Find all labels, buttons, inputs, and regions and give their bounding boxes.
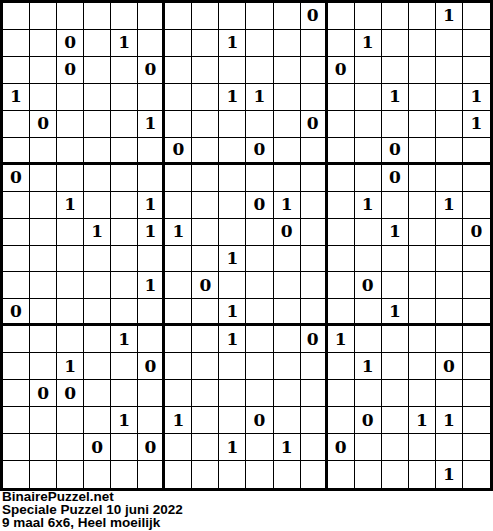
- cell-r5c3-empty[interactable]: [84, 138, 111, 165]
- cell-r2c8-empty[interactable]: [219, 57, 246, 84]
- cell-r16c1-empty[interactable]: [30, 434, 57, 461]
- cell-r9c14-empty[interactable]: [382, 246, 409, 273]
- cell-r0c13-empty[interactable]: [355, 3, 382, 30]
- cell-r0c16-given: 1: [436, 3, 463, 30]
- cell-r8c10-given: 0: [274, 219, 301, 246]
- cell-r12c17-empty[interactable]: [463, 326, 490, 353]
- cell-r6c15-empty[interactable]: [409, 165, 436, 192]
- cell-r8c15-empty[interactable]: [409, 219, 436, 246]
- cell-r7c1-empty[interactable]: [30, 192, 57, 219]
- cell-r5c13-empty[interactable]: [355, 138, 382, 165]
- cell-r15c12-empty[interactable]: [328, 407, 355, 434]
- cell-r5c9-given: 0: [246, 138, 273, 165]
- cell-r10c6-empty[interactable]: [165, 272, 192, 299]
- cell-r5c12-empty[interactable]: [328, 138, 355, 165]
- cell-r7c12-empty[interactable]: [328, 192, 355, 219]
- cell-r7c0-empty[interactable]: [3, 192, 30, 219]
- cell-r9c4-empty[interactable]: [111, 246, 138, 273]
- cell-r1c11-empty[interactable]: [301, 30, 328, 57]
- cell-r9c13-empty[interactable]: [355, 246, 382, 273]
- cell-r16c9-empty[interactable]: [246, 434, 273, 461]
- cell-r17c4-empty[interactable]: [111, 461, 138, 488]
- cell-r11c5-empty[interactable]: [138, 299, 165, 326]
- cell-r11c6-empty[interactable]: [165, 299, 192, 326]
- cell-r5c8-empty[interactable]: [219, 138, 246, 165]
- cell-r2c5-given: 0: [138, 57, 165, 84]
- cell-r4c8-empty[interactable]: [219, 111, 246, 138]
- cell-r12c7-empty[interactable]: [192, 326, 219, 353]
- cell-r2c6-empty[interactable]: [165, 57, 192, 84]
- cell-r12c14-empty[interactable]: [382, 326, 409, 353]
- cell-r3c8-given: 1: [219, 84, 246, 111]
- cell-r13c0-empty[interactable]: [3, 353, 30, 380]
- cell-r0c14-empty[interactable]: [382, 3, 409, 30]
- cell-r12c0-empty[interactable]: [3, 326, 30, 353]
- cell-r9c15-empty[interactable]: [409, 246, 436, 273]
- cell-r16c4-empty[interactable]: [111, 434, 138, 461]
- cell-r3c3-empty[interactable]: [84, 84, 111, 111]
- cell-r1c5-empty[interactable]: [138, 30, 165, 57]
- cell-r6c16-empty[interactable]: [436, 165, 463, 192]
- cell-r16c7-empty[interactable]: [192, 434, 219, 461]
- cell-r8c11-empty[interactable]: [301, 219, 328, 246]
- cell-r2c15-empty[interactable]: [409, 57, 436, 84]
- cell-r7c5-given: 1: [138, 192, 165, 219]
- cell-r0c0-empty[interactable]: [3, 3, 30, 30]
- cell-r9c7-empty[interactable]: [192, 246, 219, 273]
- cell-r17c8-empty[interactable]: [219, 461, 246, 488]
- cell-r0c1-empty[interactable]: [30, 3, 57, 30]
- cell-r7c6-empty[interactable]: [165, 192, 192, 219]
- cell-r1c6-empty[interactable]: [165, 30, 192, 57]
- binary-puzzle-board: 0101110001111101010000011011111101011000…: [0, 0, 493, 491]
- cell-r8c5-given: 1: [138, 219, 165, 246]
- cell-r13c12-empty[interactable]: [328, 353, 355, 380]
- cell-r16c0-empty[interactable]: [3, 434, 30, 461]
- cell-r1c0-empty[interactable]: [3, 30, 30, 57]
- cell-r3c13-empty[interactable]: [355, 84, 382, 111]
- cell-r8c9-empty[interactable]: [246, 219, 273, 246]
- cell-r7c3-empty[interactable]: [84, 192, 111, 219]
- cell-r6c13-empty[interactable]: [355, 165, 382, 192]
- cell-r16c10-given: 1: [274, 434, 301, 461]
- cell-r0c17-empty[interactable]: [463, 3, 490, 30]
- cell-r8c14-given: 1: [382, 219, 409, 246]
- cell-r6c11-empty[interactable]: [301, 165, 328, 192]
- cell-r8c16-empty[interactable]: [436, 219, 463, 246]
- cell-r2c17-empty[interactable]: [463, 57, 490, 84]
- cell-r5c5-empty[interactable]: [138, 138, 165, 165]
- cell-r10c2-empty[interactable]: [57, 272, 84, 299]
- cell-r11c17-empty[interactable]: [463, 299, 490, 326]
- cell-r13c8-empty[interactable]: [219, 353, 246, 380]
- cell-r14c7-empty[interactable]: [192, 380, 219, 407]
- cell-r2c10-empty[interactable]: [274, 57, 301, 84]
- cell-r6c5-empty[interactable]: [138, 165, 165, 192]
- cell-r8c13-empty[interactable]: [355, 219, 382, 246]
- cell-r15c8-empty[interactable]: [219, 407, 246, 434]
- cell-r3c16-empty[interactable]: [436, 84, 463, 111]
- cell-r15c13-given: 0: [355, 407, 382, 434]
- cell-r5c16-empty[interactable]: [436, 138, 463, 165]
- cell-r15c5-empty[interactable]: [138, 407, 165, 434]
- cell-r14c4-empty[interactable]: [111, 380, 138, 407]
- cell-r3c4-empty[interactable]: [111, 84, 138, 111]
- cell-r16c17-empty[interactable]: [463, 434, 490, 461]
- cell-r15c7-empty[interactable]: [192, 407, 219, 434]
- cell-r17c5-empty[interactable]: [138, 461, 165, 488]
- cell-r8c0-empty[interactable]: [3, 219, 30, 246]
- cell-r13c14-empty[interactable]: [382, 353, 409, 380]
- cell-r16c16-empty[interactable]: [436, 434, 463, 461]
- cell-r12c5-empty[interactable]: [138, 326, 165, 353]
- cell-r6c2-empty[interactable]: [57, 165, 84, 192]
- cell-r13c1-empty[interactable]: [30, 353, 57, 380]
- cell-r8c6-given: 1: [165, 219, 192, 246]
- cell-r8c1-empty[interactable]: [30, 219, 57, 246]
- cell-r13c15-empty[interactable]: [409, 353, 436, 380]
- cell-r1c12-empty[interactable]: [328, 30, 355, 57]
- cell-r1c16-empty[interactable]: [436, 30, 463, 57]
- cell-r9c12-empty[interactable]: [328, 246, 355, 273]
- cell-r7c4-empty[interactable]: [111, 192, 138, 219]
- cell-r13c6-empty[interactable]: [165, 353, 192, 380]
- cell-r3c6-empty[interactable]: [165, 84, 192, 111]
- cell-r3c14-given: 1: [382, 84, 409, 111]
- cell-r9c17-empty[interactable]: [463, 246, 490, 273]
- cell-r13c7-empty[interactable]: [192, 353, 219, 380]
- cell-r4c9-empty[interactable]: [246, 111, 273, 138]
- cell-r5c11-empty[interactable]: [301, 138, 328, 165]
- cell-r13c4-empty[interactable]: [111, 353, 138, 380]
- cell-r17c7-empty[interactable]: [192, 461, 219, 488]
- cell-r17c16-given: 1: [436, 461, 463, 488]
- cell-r8c7-empty[interactable]: [192, 219, 219, 246]
- cell-r11c2-empty[interactable]: [57, 299, 84, 326]
- cell-r3c5-empty[interactable]: [138, 84, 165, 111]
- cell-r2c14-empty[interactable]: [382, 57, 409, 84]
- cell-r16c11-empty[interactable]: [301, 434, 328, 461]
- cell-r12c6-empty[interactable]: [165, 326, 192, 353]
- cell-r16c6-empty[interactable]: [165, 434, 192, 461]
- cell-r6c7-empty[interactable]: [192, 165, 219, 192]
- cell-r10c10-empty[interactable]: [274, 272, 301, 299]
- cell-r7c7-empty[interactable]: [192, 192, 219, 219]
- cell-r4c2-empty[interactable]: [57, 111, 84, 138]
- cell-r5c15-empty[interactable]: [409, 138, 436, 165]
- cell-r12c2-empty[interactable]: [57, 326, 84, 353]
- cell-r10c3-empty[interactable]: [84, 272, 111, 299]
- cell-r7c8-empty[interactable]: [219, 192, 246, 219]
- cell-r4c12-empty[interactable]: [328, 111, 355, 138]
- cell-r2c7-empty[interactable]: [192, 57, 219, 84]
- cell-r10c14-empty[interactable]: [382, 272, 409, 299]
- cell-r15c3-empty[interactable]: [84, 407, 111, 434]
- cell-r12c13-empty[interactable]: [355, 326, 382, 353]
- cell-r17c3-empty[interactable]: [84, 461, 111, 488]
- cell-r2c16-empty[interactable]: [436, 57, 463, 84]
- cell-r10c0-empty[interactable]: [3, 272, 30, 299]
- cell-r15c17-empty[interactable]: [463, 407, 490, 434]
- cell-r12c3-empty[interactable]: [84, 326, 111, 353]
- cell-r11c4-empty[interactable]: [111, 299, 138, 326]
- cell-r17c2-empty[interactable]: [57, 461, 84, 488]
- cell-r2c1-empty[interactable]: [30, 57, 57, 84]
- cell-r11c8-given: 1: [219, 299, 246, 326]
- cell-r2c0-empty[interactable]: [3, 57, 30, 84]
- cell-r9c5-empty[interactable]: [138, 246, 165, 273]
- cell-r11c1-empty[interactable]: [30, 299, 57, 326]
- cell-r15c1-empty[interactable]: [30, 407, 57, 434]
- cell-r3c11-empty[interactable]: [301, 84, 328, 111]
- cell-r11c0-given: 0: [3, 299, 30, 326]
- cell-r1c1-empty[interactable]: [30, 30, 57, 57]
- cell-r0c3-empty[interactable]: [84, 3, 111, 30]
- cell-r4c15-empty[interactable]: [409, 111, 436, 138]
- cell-r14c12-empty[interactable]: [328, 380, 355, 407]
- cell-r13c10-empty[interactable]: [274, 353, 301, 380]
- cell-r16c15-empty[interactable]: [409, 434, 436, 461]
- cell-r17c11-empty[interactable]: [301, 461, 328, 488]
- cell-r0c10-empty[interactable]: [274, 3, 301, 30]
- cell-r11c16-empty[interactable]: [436, 299, 463, 326]
- cell-r17c15-empty[interactable]: [409, 461, 436, 488]
- cell-r0c8-empty[interactable]: [219, 3, 246, 30]
- cell-r3c15-empty[interactable]: [409, 84, 436, 111]
- cell-r17c1-empty[interactable]: [30, 461, 57, 488]
- cell-r10c8-empty[interactable]: [219, 272, 246, 299]
- cell-r4c10-empty[interactable]: [274, 111, 301, 138]
- cell-r9c3-empty[interactable]: [84, 246, 111, 273]
- cell-r14c14-empty[interactable]: [382, 380, 409, 407]
- cell-r13c17-empty[interactable]: [463, 353, 490, 380]
- cell-r16c14-empty[interactable]: [382, 434, 409, 461]
- cell-r10c1-empty[interactable]: [30, 272, 57, 299]
- cell-r10c12-empty[interactable]: [328, 272, 355, 299]
- cell-r9c0-empty[interactable]: [3, 246, 30, 273]
- cell-r13c16-given: 0: [436, 353, 463, 380]
- cell-r12c16-empty[interactable]: [436, 326, 463, 353]
- cell-r10c15-empty[interactable]: [409, 272, 436, 299]
- cell-r15c14-empty[interactable]: [382, 407, 409, 434]
- cell-r2c3-empty[interactable]: [84, 57, 111, 84]
- cell-r9c10-empty[interactable]: [274, 246, 301, 273]
- cell-r10c9-empty[interactable]: [246, 272, 273, 299]
- cell-r11c14-given: 1: [382, 299, 409, 326]
- cell-r13c11-empty[interactable]: [301, 353, 328, 380]
- cell-r15c4-given: 1: [111, 407, 138, 434]
- cell-r6c17-empty[interactable]: [463, 165, 490, 192]
- cell-r14c16-empty[interactable]: [436, 380, 463, 407]
- cell-r3c12-empty[interactable]: [328, 84, 355, 111]
- cell-r14c15-empty[interactable]: [409, 380, 436, 407]
- cell-r7c15-empty[interactable]: [409, 192, 436, 219]
- cell-r3c10-empty[interactable]: [274, 84, 301, 111]
- cell-r14c13-empty[interactable]: [355, 380, 382, 407]
- cell-r12c1-empty[interactable]: [30, 326, 57, 353]
- cell-r0c6-empty[interactable]: [165, 3, 192, 30]
- cell-r4c5-given: 1: [138, 111, 165, 138]
- cell-r6c12-empty[interactable]: [328, 165, 355, 192]
- cell-r14c0-empty[interactable]: [3, 380, 30, 407]
- cell-r5c4-empty[interactable]: [111, 138, 138, 165]
- cell-r9c9-empty[interactable]: [246, 246, 273, 273]
- cell-r11c7-empty[interactable]: [192, 299, 219, 326]
- cell-r16c12-given: 0: [328, 434, 355, 461]
- cell-r2c4-empty[interactable]: [111, 57, 138, 84]
- cell-r11c15-empty[interactable]: [409, 299, 436, 326]
- cell-r12c12-given: 1: [328, 326, 355, 353]
- cell-r9c16-empty[interactable]: [436, 246, 463, 273]
- cell-r1c8-given: 1: [219, 30, 246, 57]
- cell-r5c7-empty[interactable]: [192, 138, 219, 165]
- cell-r4c6-empty[interactable]: [165, 111, 192, 138]
- cell-r12c15-empty[interactable]: [409, 326, 436, 353]
- cell-r11c9-empty[interactable]: [246, 299, 273, 326]
- cell-r14c10-empty[interactable]: [274, 380, 301, 407]
- cell-r2c9-empty[interactable]: [246, 57, 273, 84]
- cell-r17c0-empty[interactable]: [3, 461, 30, 488]
- cell-r17c10-empty[interactable]: [274, 461, 301, 488]
- cell-r4c14-empty[interactable]: [382, 111, 409, 138]
- cell-r7c11-empty[interactable]: [301, 192, 328, 219]
- cell-r14c3-empty[interactable]: [84, 380, 111, 407]
- cell-r14c5-empty[interactable]: [138, 380, 165, 407]
- cell-r5c10-empty[interactable]: [274, 138, 301, 165]
- cell-r6c8-empty[interactable]: [219, 165, 246, 192]
- cell-r5c1-empty[interactable]: [30, 138, 57, 165]
- cell-r4c3-empty[interactable]: [84, 111, 111, 138]
- cell-r3c1-empty[interactable]: [30, 84, 57, 111]
- cell-r17c9-empty[interactable]: [246, 461, 273, 488]
- cell-r10c11-empty[interactable]: [301, 272, 328, 299]
- cell-r14c2-given: 0: [57, 380, 84, 407]
- cell-r8c12-empty[interactable]: [328, 219, 355, 246]
- cell-r15c10-empty[interactable]: [274, 407, 301, 434]
- cell-r8c2-empty[interactable]: [57, 219, 84, 246]
- cell-r11c13-empty[interactable]: [355, 299, 382, 326]
- cell-r15c6-given: 1: [165, 407, 192, 434]
- cell-r14c6-empty[interactable]: [165, 380, 192, 407]
- cell-r2c13-empty[interactable]: [355, 57, 382, 84]
- cell-r4c11-given: 0: [301, 111, 328, 138]
- cell-r4c16-empty[interactable]: [436, 111, 463, 138]
- cell-r13c3-empty[interactable]: [84, 353, 111, 380]
- cell-r0c7-empty[interactable]: [192, 3, 219, 30]
- cell-r7c9-given: 0: [246, 192, 273, 219]
- cell-r5c6-given: 0: [165, 138, 192, 165]
- cell-r17c14-empty[interactable]: [382, 461, 409, 488]
- cell-r17c17-empty[interactable]: [463, 461, 490, 488]
- cell-r17c12-empty[interactable]: [328, 461, 355, 488]
- cell-r1c9-empty[interactable]: [246, 30, 273, 57]
- cell-r9c2-empty[interactable]: [57, 246, 84, 273]
- cell-r14c11-empty[interactable]: [301, 380, 328, 407]
- cell-r12c10-empty[interactable]: [274, 326, 301, 353]
- cell-r2c12-given: 0: [328, 57, 355, 84]
- cell-r16c13-empty[interactable]: [355, 434, 382, 461]
- cell-r1c14-empty[interactable]: [382, 30, 409, 57]
- cell-r4c4-empty[interactable]: [111, 111, 138, 138]
- cell-r6c6-empty[interactable]: [165, 165, 192, 192]
- cell-r15c9-given: 0: [246, 407, 273, 434]
- cell-r4c0-empty[interactable]: [3, 111, 30, 138]
- cell-r9c6-empty[interactable]: [165, 246, 192, 273]
- cell-r1c15-empty[interactable]: [409, 30, 436, 57]
- cell-r8c4-empty[interactable]: [111, 219, 138, 246]
- cell-r11c10-empty[interactable]: [274, 299, 301, 326]
- cell-r0c15-empty[interactable]: [409, 3, 436, 30]
- cell-r15c11-empty[interactable]: [301, 407, 328, 434]
- cell-r10c7-given: 0: [192, 272, 219, 299]
- cell-r3c7-empty[interactable]: [192, 84, 219, 111]
- cell-r11c11-empty[interactable]: [301, 299, 328, 326]
- cell-r1c3-empty[interactable]: [84, 30, 111, 57]
- cell-r6c10-empty[interactable]: [274, 165, 301, 192]
- cell-r4c13-empty[interactable]: [355, 111, 382, 138]
- cell-r15c0-empty[interactable]: [3, 407, 30, 434]
- cell-r1c10-empty[interactable]: [274, 30, 301, 57]
- cell-r10c17-empty[interactable]: [463, 272, 490, 299]
- cell-r4c7-empty[interactable]: [192, 111, 219, 138]
- cell-r9c11-empty[interactable]: [301, 246, 328, 273]
- cell-r10c16-empty[interactable]: [436, 272, 463, 299]
- cell-r14c8-empty[interactable]: [219, 380, 246, 407]
- cell-r5c17-empty[interactable]: [463, 138, 490, 165]
- cell-r10c4-empty[interactable]: [111, 272, 138, 299]
- cell-r2c2-given: 0: [57, 57, 84, 84]
- cell-r11c12-empty[interactable]: [328, 299, 355, 326]
- cell-r17c13-empty[interactable]: [355, 461, 382, 488]
- cell-r7c17-empty[interactable]: [463, 192, 490, 219]
- cell-r9c1-empty[interactable]: [30, 246, 57, 273]
- cell-r13c9-empty[interactable]: [246, 353, 273, 380]
- cell-r7c16-given: 1: [436, 192, 463, 219]
- cell-r7c10-given: 1: [274, 192, 301, 219]
- cell-r5c0-empty[interactable]: [3, 138, 30, 165]
- cell-r0c9-empty[interactable]: [246, 3, 273, 30]
- cell-r4c1-given: 0: [30, 111, 57, 138]
- cell-r1c17-empty[interactable]: [463, 30, 490, 57]
- cell-r1c7-empty[interactable]: [192, 30, 219, 57]
- cell-r6c1-empty[interactable]: [30, 165, 57, 192]
- cell-r0c2-empty[interactable]: [57, 3, 84, 30]
- cell-r11c3-empty[interactable]: [84, 299, 111, 326]
- cell-r2c11-empty[interactable]: [301, 57, 328, 84]
- cell-r12c9-empty[interactable]: [246, 326, 273, 353]
- puzzle-caption: BinairePuzzel.net Speciale Puzzel 10 jun…: [2, 490, 491, 529]
- cell-r0c5-empty[interactable]: [138, 3, 165, 30]
- cell-r17c6-empty[interactable]: [165, 461, 192, 488]
- cell-r14c9-empty[interactable]: [246, 380, 273, 407]
- cell-r15c2-empty[interactable]: [57, 407, 84, 434]
- cell-r6c3-empty[interactable]: [84, 165, 111, 192]
- cell-r16c2-empty[interactable]: [57, 434, 84, 461]
- cell-r15c16-given: 1: [436, 407, 463, 434]
- cell-r0c12-empty[interactable]: [328, 3, 355, 30]
- cell-r14c17-empty[interactable]: [463, 380, 490, 407]
- cell-r7c14-empty[interactable]: [382, 192, 409, 219]
- cell-r6c4-empty[interactable]: [111, 165, 138, 192]
- cell-r1c13-given: 1: [355, 30, 382, 57]
- cell-r8c8-empty[interactable]: [219, 219, 246, 246]
- cell-r6c9-empty[interactable]: [246, 165, 273, 192]
- cell-r5c2-empty[interactable]: [57, 138, 84, 165]
- cell-r12c8-given: 1: [219, 326, 246, 353]
- cell-r3c2-empty[interactable]: [57, 84, 84, 111]
- cell-r3c17-given: 1: [463, 84, 490, 111]
- cell-r0c4-empty[interactable]: [111, 3, 138, 30]
